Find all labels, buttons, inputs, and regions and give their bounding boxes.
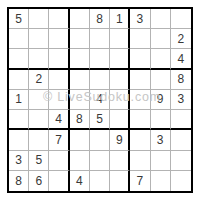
cell-r3c5[interactable] [90,49,110,69]
cell-r7c1[interactable] [9,130,29,150]
cell-r2c1[interactable] [9,29,29,49]
cell-r6c9[interactable] [171,110,191,130]
cell-r8c1[interactable]: 3 [9,151,29,171]
cell-r4c5[interactable] [90,70,110,90]
sudoku-puzzle-page: 581324281493485793358647 © LiveSudoku.co… [0,0,200,200]
cell-r1c3[interactable] [49,9,69,29]
cell-r8c5[interactable] [90,151,110,171]
cell-r4c2[interactable]: 2 [29,70,49,90]
cell-r8c6[interactable] [110,151,130,171]
cell-r9c9[interactable] [171,171,191,191]
cell-r4c9[interactable]: 8 [171,70,191,90]
cell-r3c7[interactable] [130,49,150,69]
cell-r9c2[interactable]: 6 [29,171,49,191]
cell-r9c7[interactable]: 7 [130,171,150,191]
cell-r5c7[interactable] [130,90,150,110]
cell-r4c1[interactable] [9,70,29,90]
cell-r6c4[interactable]: 8 [70,110,90,130]
cell-r5c1[interactable]: 1 [9,90,29,110]
cell-r6c5[interactable]: 5 [90,110,110,130]
cell-r6c8[interactable] [151,110,171,130]
cell-r8c9[interactable] [171,151,191,171]
cell-r6c3[interactable]: 4 [49,110,69,130]
cell-r7c7[interactable] [130,130,150,150]
cell-r3c8[interactable] [151,49,171,69]
cell-r4c8[interactable] [151,70,171,90]
cell-r1c9[interactable] [171,9,191,29]
cell-r6c6[interactable] [110,110,130,130]
cell-r9c6[interactable] [110,171,130,191]
cell-r2c7[interactable] [130,29,150,49]
cell-r9c5[interactable] [90,171,110,191]
cell-r3c2[interactable] [29,49,49,69]
cell-r1c5[interactable]: 8 [90,9,110,29]
cell-r1c7[interactable]: 3 [130,9,150,29]
cell-r3c9[interactable]: 4 [171,49,191,69]
cell-r4c7[interactable] [130,70,150,90]
cell-r5c5[interactable]: 4 [90,90,110,110]
cell-r6c7[interactable] [130,110,150,130]
cell-r2c8[interactable] [151,29,171,49]
cell-r7c9[interactable] [171,130,191,150]
cell-r5c2[interactable] [29,90,49,110]
cell-r4c4[interactable] [70,70,90,90]
cell-r2c4[interactable] [70,29,90,49]
cell-r3c6[interactable] [110,49,130,69]
cell-r9c4[interactable]: 4 [70,171,90,191]
cell-r5c8[interactable]: 9 [151,90,171,110]
cell-r1c2[interactable] [29,9,49,29]
cell-r3c1[interactable] [9,49,29,69]
cell-r1c1[interactable]: 5 [9,9,29,29]
cell-r2c3[interactable] [49,29,69,49]
cell-r8c3[interactable] [49,151,69,171]
cell-r7c4[interactable] [70,130,90,150]
cell-r8c8[interactable] [151,151,171,171]
cell-r9c3[interactable] [49,171,69,191]
cell-r7c3[interactable]: 7 [49,130,69,150]
cell-r1c4[interactable] [70,9,90,29]
cell-r6c2[interactable] [29,110,49,130]
cell-r8c7[interactable] [130,151,150,171]
cell-r5c3[interactable] [49,90,69,110]
cell-r7c8[interactable]: 3 [151,130,171,150]
cell-r5c9[interactable]: 3 [171,90,191,110]
cell-r7c2[interactable] [29,130,49,150]
cell-r4c3[interactable] [49,70,69,90]
cell-r2c2[interactable] [29,29,49,49]
cell-r3c3[interactable] [49,49,69,69]
cell-r1c8[interactable] [151,9,171,29]
cell-r6c1[interactable] [9,110,29,130]
cell-r2c5[interactable] [90,29,110,49]
cell-r2c6[interactable] [110,29,130,49]
cell-r3c4[interactable] [70,49,90,69]
cell-r9c1[interactable]: 8 [9,171,29,191]
cell-r7c5[interactable] [90,130,110,150]
cell-r4c6[interactable] [110,70,130,90]
cell-r7c6[interactable]: 9 [110,130,130,150]
cell-r8c4[interactable] [70,151,90,171]
cell-r9c8[interactable] [151,171,171,191]
cell-r1c6[interactable]: 1 [110,9,130,29]
cell-r8c2[interactable]: 5 [29,151,49,171]
cell-r2c9[interactable]: 2 [171,29,191,49]
cell-r5c6[interactable] [110,90,130,110]
sudoku-board: 581324281493485793358647 [7,7,193,193]
cell-r5c4[interactable] [70,90,90,110]
